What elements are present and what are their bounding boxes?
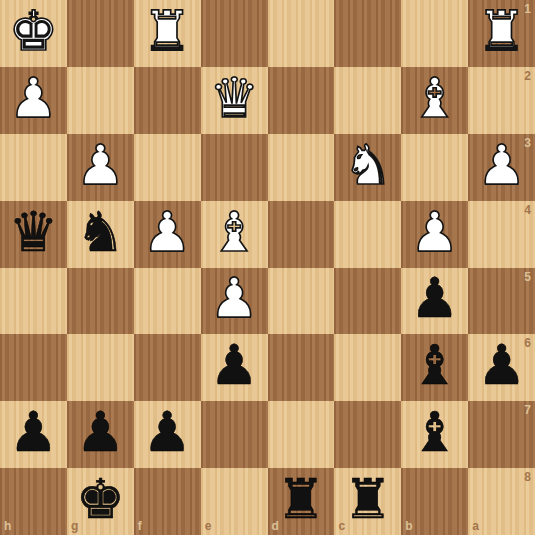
- square-d7[interactable]: [268, 401, 335, 468]
- square-g6[interactable]: [67, 334, 134, 401]
- rank-label-7: 7: [524, 403, 531, 417]
- file-label-f: f: [138, 519, 142, 533]
- square-f4[interactable]: ♟: [134, 201, 201, 268]
- square-b8[interactable]: b: [401, 468, 468, 535]
- square-e6[interactable]: ♟: [201, 334, 268, 401]
- rank-label-5: 5: [524, 270, 531, 284]
- square-d3[interactable]: [268, 134, 335, 201]
- square-c7[interactable]: [334, 401, 401, 468]
- square-a1[interactable]: 1♜: [468, 0, 535, 67]
- file-label-h: h: [4, 519, 11, 533]
- white-pawn[interactable]: ♟: [9, 71, 58, 126]
- square-b4[interactable]: ♟: [401, 201, 468, 268]
- square-c6[interactable]: [334, 334, 401, 401]
- square-a3[interactable]: 3♟: [468, 134, 535, 201]
- square-h3[interactable]: [0, 134, 67, 201]
- white-pawn[interactable]: ♟: [143, 205, 192, 260]
- file-label-e: e: [205, 519, 212, 533]
- square-e3[interactable]: [201, 134, 268, 201]
- square-b1[interactable]: [401, 0, 468, 67]
- square-g4[interactable]: ♞: [67, 201, 134, 268]
- square-f8[interactable]: f: [134, 468, 201, 535]
- square-h7[interactable]: ♟: [0, 401, 67, 468]
- square-d5[interactable]: [268, 268, 335, 335]
- square-c1[interactable]: [334, 0, 401, 67]
- square-c4[interactable]: [334, 201, 401, 268]
- black-pawn[interactable]: ♟: [76, 405, 125, 460]
- square-h8[interactable]: h: [0, 468, 67, 535]
- square-h5[interactable]: [0, 268, 67, 335]
- white-bishop[interactable]: ♝: [410, 71, 459, 126]
- square-g3[interactable]: ♟: [67, 134, 134, 201]
- black-pawn[interactable]: ♟: [9, 405, 58, 460]
- black-king[interactable]: ♚: [76, 472, 125, 527]
- square-c5[interactable]: [334, 268, 401, 335]
- square-g1[interactable]: [67, 0, 134, 67]
- square-d8[interactable]: d♜: [268, 468, 335, 535]
- square-g7[interactable]: ♟: [67, 401, 134, 468]
- square-f6[interactable]: [134, 334, 201, 401]
- square-g2[interactable]: [67, 67, 134, 134]
- white-king[interactable]: ♚: [9, 4, 58, 59]
- square-a6[interactable]: 6♟: [468, 334, 535, 401]
- rank-label-4: 4: [524, 203, 531, 217]
- white-queen[interactable]: ♛: [209, 71, 258, 126]
- white-rook[interactable]: ♜: [143, 4, 192, 59]
- square-d6[interactable]: [268, 334, 335, 401]
- square-a4[interactable]: 4: [468, 201, 535, 268]
- black-knight[interactable]: ♞: [76, 205, 125, 260]
- black-bishop[interactable]: ♝: [410, 405, 459, 460]
- square-e5[interactable]: ♟: [201, 268, 268, 335]
- square-h2[interactable]: ♟: [0, 67, 67, 134]
- square-d1[interactable]: [268, 0, 335, 67]
- square-c2[interactable]: [334, 67, 401, 134]
- square-c3[interactable]: ♞: [334, 134, 401, 201]
- square-d2[interactable]: [268, 67, 335, 134]
- file-label-a: a: [472, 519, 479, 533]
- black-bishop[interactable]: ♝: [410, 338, 459, 393]
- square-f7[interactable]: ♟: [134, 401, 201, 468]
- white-knight[interactable]: ♞: [343, 138, 392, 193]
- black-rook[interactable]: ♜: [343, 472, 392, 527]
- black-pawn[interactable]: ♟: [209, 338, 258, 393]
- square-g5[interactable]: [67, 268, 134, 335]
- square-f5[interactable]: [134, 268, 201, 335]
- square-g8[interactable]: g♚: [67, 468, 134, 535]
- black-rook[interactable]: ♜: [276, 472, 325, 527]
- white-bishop[interactable]: ♝: [209, 205, 258, 260]
- white-rook[interactable]: ♜: [477, 4, 526, 59]
- file-label-b: b: [405, 519, 412, 533]
- square-d4[interactable]: [268, 201, 335, 268]
- square-b5[interactable]: ♟: [401, 268, 468, 335]
- square-b3[interactable]: [401, 134, 468, 201]
- black-pawn[interactable]: ♟: [410, 271, 459, 326]
- black-pawn[interactable]: ♟: [143, 405, 192, 460]
- rank-label-2: 2: [524, 69, 531, 83]
- square-e7[interactable]: [201, 401, 268, 468]
- chess-board: ♚♜1♜♟♛♝2♟♞3♟♛♞♟♝♟4♟♟5♟♝6♟♟♟♟♝7hg♚fed♜c♜b…: [0, 0, 535, 535]
- square-a8[interactable]: 8a: [468, 468, 535, 535]
- square-f2[interactable]: [134, 67, 201, 134]
- square-a2[interactable]: 2: [468, 67, 535, 134]
- rank-label-8: 8: [524, 470, 531, 484]
- square-b6[interactable]: ♝: [401, 334, 468, 401]
- black-pawn[interactable]: ♟: [477, 338, 526, 393]
- chess-board-page: ♚♜1♜♟♛♝2♟♞3♟♛♞♟♝♟4♟♟5♟♝6♟♟♟♟♝7hg♚fed♜c♜b…: [0, 0, 540, 540]
- square-b2[interactable]: ♝: [401, 67, 468, 134]
- square-a7[interactable]: 7: [468, 401, 535, 468]
- white-pawn[interactable]: ♟: [76, 138, 125, 193]
- square-h4[interactable]: ♛: [0, 201, 67, 268]
- white-pawn[interactable]: ♟: [410, 205, 459, 260]
- white-pawn[interactable]: ♟: [477, 138, 526, 193]
- white-pawn[interactable]: ♟: [209, 271, 258, 326]
- square-e1[interactable]: [201, 0, 268, 67]
- square-e2[interactable]: ♛: [201, 67, 268, 134]
- square-f3[interactable]: [134, 134, 201, 201]
- square-h1[interactable]: ♚: [0, 0, 67, 67]
- square-f1[interactable]: ♜: [134, 0, 201, 67]
- square-a5[interactable]: 5: [468, 268, 535, 335]
- square-c8[interactable]: c♜: [334, 468, 401, 535]
- square-e8[interactable]: e: [201, 468, 268, 535]
- square-b7[interactable]: ♝: [401, 401, 468, 468]
- square-h6[interactable]: [0, 334, 67, 401]
- black-queen[interactable]: ♛: [9, 205, 58, 260]
- square-e4[interactable]: ♝: [201, 201, 268, 268]
